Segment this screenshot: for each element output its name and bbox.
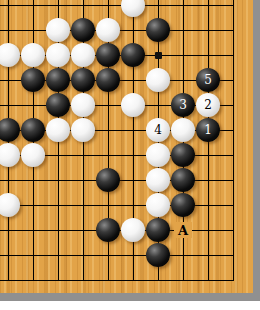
- white-stone-move-2[interactable]: 2: [196, 93, 220, 117]
- black-stone-move-3[interactable]: 3: [171, 93, 195, 117]
- white-stone[interactable]: [146, 193, 170, 217]
- black-stone[interactable]: [71, 18, 95, 42]
- white-stone[interactable]: [21, 143, 45, 167]
- white-stone[interactable]: [0, 143, 20, 167]
- white-stone[interactable]: [146, 168, 170, 192]
- go-board[interactable]: 53241A: [0, 0, 253, 293]
- grid-line-vertical: [233, 0, 234, 281]
- white-stone[interactable]: [121, 93, 145, 117]
- white-stone[interactable]: [146, 143, 170, 167]
- white-stone[interactable]: [121, 218, 145, 242]
- grid-line-horizontal: [0, 5, 234, 6]
- white-stone[interactable]: [121, 0, 145, 17]
- board-shadow-right: [253, 0, 260, 301]
- white-stone[interactable]: [46, 43, 70, 67]
- move-number-label: 4: [154, 124, 162, 136]
- page: { "game": "go", "board": { "full_size": …: [0, 0, 260, 310]
- white-stone[interactable]: [96, 18, 120, 42]
- white-stone[interactable]: [46, 118, 70, 142]
- black-stone[interactable]: [21, 118, 45, 142]
- white-stone[interactable]: [71, 43, 95, 67]
- white-stone[interactable]: [0, 43, 20, 67]
- white-stone[interactable]: [21, 43, 45, 67]
- black-stone[interactable]: [46, 93, 70, 117]
- move-number-label: 2: [204, 99, 212, 111]
- move-number-label: 1: [204, 124, 212, 136]
- black-stone[interactable]: [96, 218, 120, 242]
- black-stone[interactable]: [171, 143, 195, 167]
- black-stone[interactable]: [96, 68, 120, 92]
- board-shadow-bottom: [0, 293, 260, 301]
- point-label-A[interactable]: A: [174, 222, 192, 238]
- black-stone[interactable]: [146, 18, 170, 42]
- black-stone[interactable]: [121, 43, 145, 67]
- white-stone[interactable]: [71, 93, 95, 117]
- move-number-label: 3: [179, 99, 187, 111]
- go-diagram: 53241A: [0, 0, 260, 310]
- white-stone[interactable]: [71, 118, 95, 142]
- star-point-hoshi: [155, 52, 162, 59]
- black-stone[interactable]: [0, 118, 20, 142]
- black-stone[interactable]: [71, 68, 95, 92]
- black-stone[interactable]: [171, 168, 195, 192]
- white-stone[interactable]: [46, 18, 70, 42]
- black-stone[interactable]: [21, 68, 45, 92]
- grid-line-horizontal: [0, 280, 234, 281]
- white-stone[interactable]: [0, 193, 20, 217]
- black-stone[interactable]: [96, 43, 120, 67]
- white-stone[interactable]: [171, 118, 195, 142]
- white-stone[interactable]: [146, 68, 170, 92]
- black-stone[interactable]: [146, 243, 170, 267]
- black-stone[interactable]: [96, 168, 120, 192]
- grid-line-horizontal: [0, 255, 234, 256]
- move-number-label: 5: [204, 74, 212, 86]
- black-stone-move-1[interactable]: 1: [196, 118, 220, 142]
- grid-line-horizontal: [0, 205, 234, 206]
- black-stone[interactable]: [146, 218, 170, 242]
- black-stone[interactable]: [171, 193, 195, 217]
- white-stone-move-4[interactable]: 4: [146, 118, 170, 142]
- black-stone[interactable]: [46, 68, 70, 92]
- black-stone-move-5[interactable]: 5: [196, 68, 220, 92]
